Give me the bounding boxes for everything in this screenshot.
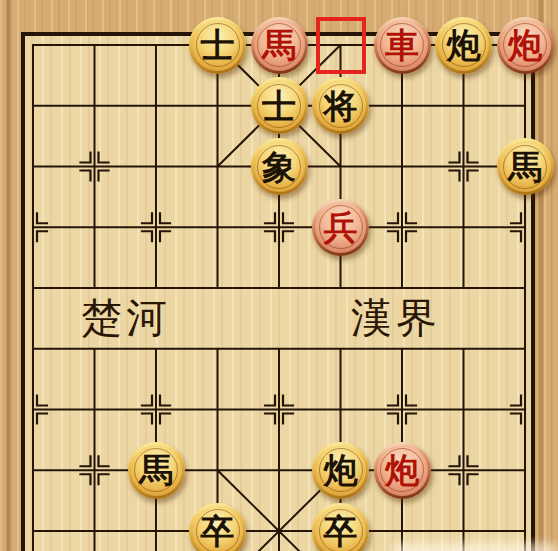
board-point[interactable] <box>371 136 433 197</box>
last-move-highlight <box>316 17 366 74</box>
piece-black-horse[interactable]: 馬 <box>128 442 185 499</box>
board-point[interactable] <box>125 75 187 136</box>
board-point[interactable] <box>64 440 126 501</box>
board-point[interactable] <box>2 258 64 319</box>
piece-face: 炮 <box>438 20 489 71</box>
board-point[interactable] <box>2 136 64 197</box>
board-point[interactable] <box>187 197 249 258</box>
piece-character: 炮 <box>447 29 481 63</box>
board-point[interactable] <box>187 258 249 319</box>
piece-black-advisor[interactable]: 士 <box>251 77 308 134</box>
board-point[interactable] <box>310 136 372 197</box>
piece-black-cannon[interactable]: 炮 <box>435 17 492 74</box>
board-point[interactable] <box>64 136 126 197</box>
board-point[interactable] <box>248 318 310 379</box>
piece-face: 士 <box>192 20 243 71</box>
piece-face: 炮 <box>500 20 551 71</box>
board-point[interactable] <box>494 75 556 136</box>
board-point[interactable] <box>494 440 556 501</box>
xiangqi-board-screen: 楚河 漢界 士馬車炮炮士将象馬兵馬炮炮卒卒 <box>0 0 558 551</box>
piece-character: 炮 <box>508 29 542 63</box>
piece-red-cannon[interactable]: 炮 <box>497 17 554 74</box>
board-point[interactable] <box>310 258 372 319</box>
board-point[interactable] <box>248 440 310 501</box>
board-point[interactable] <box>433 440 495 501</box>
board-point[interactable] <box>64 258 126 319</box>
piece-face: 士 <box>254 80 305 131</box>
piece-red-cannon[interactable]: 炮 <box>374 442 431 499</box>
board-point[interactable] <box>2 379 64 440</box>
piece-black-general[interactable]: 将 <box>312 77 369 134</box>
board-point[interactable] <box>371 258 433 319</box>
board-point[interactable] <box>125 197 187 258</box>
board-point[interactable] <box>371 318 433 379</box>
board-point[interactable] <box>64 379 126 440</box>
piece-face: 卒 <box>192 506 243 551</box>
piece-red-chariot[interactable]: 車 <box>374 17 431 74</box>
board-point[interactable] <box>248 197 310 258</box>
piece-face: 馬 <box>254 20 305 71</box>
board-point[interactable] <box>248 258 310 319</box>
board-point[interactable] <box>2 197 64 258</box>
board-point[interactable] <box>125 318 187 379</box>
board-point[interactable] <box>433 75 495 136</box>
board-point[interactable] <box>125 136 187 197</box>
piece-character: 炮 <box>385 454 419 488</box>
board-point[interactable] <box>433 136 495 197</box>
piece-character: 卒 <box>201 515 235 549</box>
board-point[interactable] <box>433 197 495 258</box>
piece-character: 馬 <box>139 454 173 488</box>
piece-character: 兵 <box>324 211 358 245</box>
piece-black-elephant[interactable]: 象 <box>251 138 308 195</box>
board-point[interactable] <box>310 379 372 440</box>
board-point[interactable] <box>187 440 249 501</box>
board-point[interactable] <box>371 501 433 551</box>
piece-character: 象 <box>262 151 296 185</box>
piece-face: 車 <box>377 20 428 71</box>
piece-character: 車 <box>385 29 419 63</box>
board-point[interactable] <box>125 379 187 440</box>
board-point[interactable] <box>64 318 126 379</box>
board-point[interactable] <box>494 197 556 258</box>
piece-character: 卒 <box>324 515 358 549</box>
board-point[interactable] <box>187 379 249 440</box>
board-point[interactable] <box>494 258 556 319</box>
board-point[interactable] <box>187 318 249 379</box>
board-point[interactable] <box>2 440 64 501</box>
piece-character: 馬 <box>508 151 542 185</box>
piece-face: 兵 <box>315 202 366 253</box>
piece-character: 士 <box>262 90 296 124</box>
board-point[interactable] <box>371 379 433 440</box>
board-point[interactable] <box>494 318 556 379</box>
board-point[interactable] <box>125 15 187 76</box>
board-point[interactable] <box>371 75 433 136</box>
board-point[interactable] <box>248 379 310 440</box>
board-point[interactable] <box>64 501 126 551</box>
board-point[interactable] <box>187 75 249 136</box>
piece-face: 炮 <box>315 445 366 496</box>
board-point[interactable] <box>187 136 249 197</box>
board-point[interactable] <box>125 501 187 551</box>
piece-black-cannon[interactable]: 炮 <box>312 442 369 499</box>
piece-face: 馬 <box>500 141 551 192</box>
board-point[interactable] <box>2 318 64 379</box>
board-point[interactable] <box>248 501 310 551</box>
board-point[interactable] <box>433 258 495 319</box>
board-point[interactable] <box>2 75 64 136</box>
piece-red-horse[interactable]: 馬 <box>251 17 308 74</box>
board-point[interactable] <box>494 501 556 551</box>
board-point[interactable] <box>64 15 126 76</box>
piece-character: 馬 <box>262 29 296 63</box>
board-point[interactable] <box>494 379 556 440</box>
piece-character: 将 <box>324 90 358 124</box>
board-point[interactable] <box>2 501 64 551</box>
board-point[interactable] <box>310 318 372 379</box>
piece-face: 馬 <box>131 445 182 496</box>
board-point[interactable] <box>433 318 495 379</box>
board-point[interactable] <box>64 75 126 136</box>
piece-face: 炮 <box>377 445 428 496</box>
board-point[interactable] <box>2 15 64 76</box>
piece-face: 象 <box>254 141 305 192</box>
board-point[interactable] <box>433 501 495 551</box>
piece-face: 将 <box>315 80 366 131</box>
piece-face: 卒 <box>315 506 366 551</box>
piece-black-horse[interactable]: 馬 <box>497 138 554 195</box>
board-points-grid: 士馬車炮炮士将象馬兵馬炮炮卒卒 <box>2 15 556 551</box>
piece-character: 士 <box>201 29 235 63</box>
board-point[interactable] <box>371 197 433 258</box>
board-point[interactable] <box>64 197 126 258</box>
piece-black-advisor[interactable]: 士 <box>189 17 246 74</box>
piece-character: 炮 <box>324 454 358 488</box>
board-point[interactable] <box>125 258 187 319</box>
board-point[interactable] <box>433 379 495 440</box>
piece-red-soldier[interactable]: 兵 <box>312 199 369 256</box>
